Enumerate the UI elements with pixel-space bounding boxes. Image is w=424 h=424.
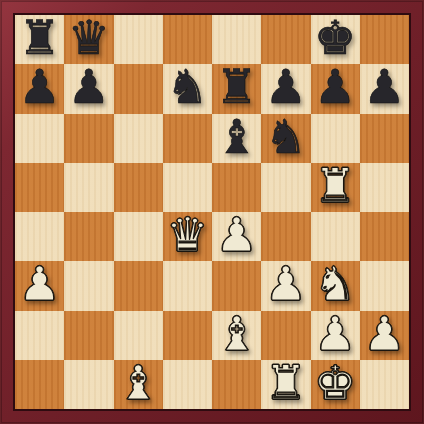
- square-g7[interactable]: ♟: [311, 64, 360, 113]
- square-b4[interactable]: [64, 212, 113, 261]
- square-g3[interactable]: ♞: [311, 261, 360, 310]
- square-d8[interactable]: [163, 15, 212, 64]
- square-h1[interactable]: [360, 360, 409, 409]
- square-g5[interactable]: ♜: [311, 163, 360, 212]
- square-f8[interactable]: [261, 15, 310, 64]
- white-rook[interactable]: ♜: [314, 162, 356, 209]
- chess-board: ♜♛♚♟♟♞♜♟♟♟♝♞♜♛♟♟♟♞♝♟♟♝♜♚: [15, 15, 409, 409]
- square-a4[interactable]: [15, 212, 64, 261]
- square-b3[interactable]: [64, 261, 113, 310]
- square-b6[interactable]: [64, 114, 113, 163]
- white-pawn[interactable]: ♟: [19, 260, 61, 307]
- square-a2[interactable]: [15, 311, 64, 360]
- white-rook[interactable]: ♜: [265, 359, 307, 406]
- white-pawn[interactable]: ♟: [216, 211, 258, 258]
- square-f7[interactable]: ♟: [261, 64, 310, 113]
- black-king[interactable]: ♚: [314, 14, 356, 61]
- square-d3[interactable]: [163, 261, 212, 310]
- square-g2[interactable]: ♟: [311, 311, 360, 360]
- square-h8[interactable]: [360, 15, 409, 64]
- square-c2[interactable]: [114, 311, 163, 360]
- black-rook[interactable]: ♜: [19, 14, 61, 61]
- square-b2[interactable]: [64, 311, 113, 360]
- square-e2[interactable]: ♝: [212, 311, 261, 360]
- square-d2[interactable]: [163, 311, 212, 360]
- square-f3[interactable]: ♟: [261, 261, 310, 310]
- square-h2[interactable]: ♟: [360, 311, 409, 360]
- square-d6[interactable]: [163, 114, 212, 163]
- square-h6[interactable]: [360, 114, 409, 163]
- square-b5[interactable]: [64, 163, 113, 212]
- white-king[interactable]: ♚: [314, 359, 356, 406]
- square-f5[interactable]: [261, 163, 310, 212]
- white-pawn[interactable]: ♟: [363, 310, 405, 357]
- square-c5[interactable]: [114, 163, 163, 212]
- chess-app: ♜♛♚♟♟♞♜♟♟♟♝♞♜♛♟♟♟♞♝♟♟♝♜♚: [0, 0, 424, 424]
- black-pawn[interactable]: ♟: [19, 63, 61, 110]
- square-c8[interactable]: [114, 15, 163, 64]
- square-b1[interactable]: [64, 360, 113, 409]
- square-h3[interactable]: [360, 261, 409, 310]
- square-g1[interactable]: ♚: [311, 360, 360, 409]
- black-knight[interactable]: ♞: [265, 113, 307, 160]
- square-e7[interactable]: ♜: [212, 64, 261, 113]
- square-e6[interactable]: ♝: [212, 114, 261, 163]
- square-e8[interactable]: [212, 15, 261, 64]
- white-queen[interactable]: ♛: [166, 211, 208, 258]
- white-pawn[interactable]: ♟: [265, 260, 307, 307]
- black-knight[interactable]: ♞: [166, 63, 208, 110]
- square-b8[interactable]: ♛: [64, 15, 113, 64]
- square-h5[interactable]: [360, 163, 409, 212]
- white-knight[interactable]: ♞: [314, 260, 356, 307]
- black-pawn[interactable]: ♟: [68, 63, 110, 110]
- square-b7[interactable]: ♟: [64, 64, 113, 113]
- black-pawn[interactable]: ♟: [314, 63, 356, 110]
- square-f6[interactable]: ♞: [261, 114, 310, 163]
- square-d4[interactable]: ♛: [163, 212, 212, 261]
- white-bishop[interactable]: ♝: [117, 359, 159, 406]
- square-a3[interactable]: ♟: [15, 261, 64, 310]
- square-g4[interactable]: [311, 212, 360, 261]
- square-f1[interactable]: ♜: [261, 360, 310, 409]
- black-pawn[interactable]: ♟: [363, 63, 405, 110]
- square-a8[interactable]: ♜: [15, 15, 64, 64]
- square-a6[interactable]: [15, 114, 64, 163]
- square-a7[interactable]: ♟: [15, 64, 64, 113]
- square-c3[interactable]: [114, 261, 163, 310]
- square-c1[interactable]: ♝: [114, 360, 163, 409]
- square-a5[interactable]: [15, 163, 64, 212]
- square-g8[interactable]: ♚: [311, 15, 360, 64]
- white-bishop[interactable]: ♝: [216, 310, 258, 357]
- square-e3[interactable]: [212, 261, 261, 310]
- square-e4[interactable]: ♟: [212, 212, 261, 261]
- square-f4[interactable]: [261, 212, 310, 261]
- square-h7[interactable]: ♟: [360, 64, 409, 113]
- black-pawn[interactable]: ♟: [265, 63, 307, 110]
- square-g6[interactable]: [311, 114, 360, 163]
- black-bishop[interactable]: ♝: [216, 113, 258, 160]
- square-e1[interactable]: [212, 360, 261, 409]
- white-pawn[interactable]: ♟: [314, 310, 356, 357]
- square-f2[interactable]: [261, 311, 310, 360]
- square-h4[interactable]: [360, 212, 409, 261]
- square-d1[interactable]: [163, 360, 212, 409]
- square-e5[interactable]: [212, 163, 261, 212]
- square-d5[interactable]: [163, 163, 212, 212]
- square-c7[interactable]: [114, 64, 163, 113]
- square-c6[interactable]: [114, 114, 163, 163]
- square-c4[interactable]: [114, 212, 163, 261]
- square-a1[interactable]: [15, 360, 64, 409]
- square-d7[interactable]: ♞: [163, 64, 212, 113]
- black-rook[interactable]: ♜: [216, 63, 258, 110]
- black-queen[interactable]: ♛: [68, 14, 110, 61]
